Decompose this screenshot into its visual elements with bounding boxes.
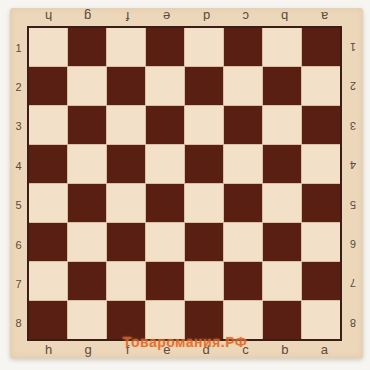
- square-g7[interactable]: [68, 262, 106, 300]
- square-h8[interactable]: [29, 301, 67, 339]
- square-e4[interactable]: [146, 145, 184, 183]
- rank-labels-left: 12345678: [10, 28, 27, 343]
- vinyl-chessboard-mat: hgfedcba 12345678 12345678 hgfedcba: [10, 8, 363, 358]
- product-photo-background: hgfedcba 12345678 12345678 hgfedcba Това…: [0, 0, 370, 370]
- square-b3[interactable]: [263, 106, 301, 144]
- square-b5[interactable]: [263, 184, 301, 222]
- square-g3[interactable]: [68, 106, 106, 144]
- file-label: h: [29, 8, 68, 26]
- rank-label: 6: [343, 225, 363, 264]
- square-c4[interactable]: [224, 145, 262, 183]
- square-f2[interactable]: [107, 67, 145, 105]
- square-a1[interactable]: [302, 28, 340, 66]
- square-e5[interactable]: [146, 184, 184, 222]
- square-c3[interactable]: [224, 106, 262, 144]
- square-d4[interactable]: [185, 145, 223, 183]
- square-h5[interactable]: [29, 184, 67, 222]
- rank-label: 2: [343, 67, 363, 106]
- square-g4[interactable]: [68, 145, 106, 183]
- rank-label: 3: [343, 107, 363, 146]
- square-a7[interactable]: [302, 262, 340, 300]
- file-label: b: [265, 341, 304, 358]
- square-b7[interactable]: [263, 262, 301, 300]
- square-e2[interactable]: [146, 67, 184, 105]
- file-label: d: [187, 8, 226, 26]
- square-g8[interactable]: [68, 301, 106, 339]
- square-e3[interactable]: [146, 106, 184, 144]
- square-h4[interactable]: [29, 145, 67, 183]
- chess-board: [27, 26, 342, 341]
- square-g6[interactable]: [68, 223, 106, 261]
- square-a3[interactable]: [302, 106, 340, 144]
- square-c5[interactable]: [224, 184, 262, 222]
- square-h1[interactable]: [29, 28, 67, 66]
- file-label: c: [226, 8, 265, 26]
- square-a8[interactable]: [302, 301, 340, 339]
- square-f1[interactable]: [107, 28, 145, 66]
- square-g1[interactable]: [68, 28, 106, 66]
- square-d6[interactable]: [185, 223, 223, 261]
- file-label: g: [68, 8, 107, 26]
- square-f6[interactable]: [107, 223, 145, 261]
- rank-label: 7: [343, 264, 363, 303]
- square-h7[interactable]: [29, 262, 67, 300]
- square-f3[interactable]: [107, 106, 145, 144]
- square-f7[interactable]: [107, 262, 145, 300]
- file-label: h: [29, 341, 68, 358]
- file-labels-top: hgfedcba: [29, 8, 344, 26]
- square-c6[interactable]: [224, 223, 262, 261]
- square-d7[interactable]: [185, 262, 223, 300]
- rank-label: 5: [343, 186, 363, 225]
- rank-label: 7: [10, 264, 27, 303]
- square-d1[interactable]: [185, 28, 223, 66]
- square-c1[interactable]: [224, 28, 262, 66]
- file-label: f: [108, 8, 147, 26]
- file-label: b: [265, 8, 304, 26]
- square-f4[interactable]: [107, 145, 145, 183]
- rank-label: 3: [10, 107, 27, 146]
- square-h3[interactable]: [29, 106, 67, 144]
- square-c7[interactable]: [224, 262, 262, 300]
- square-f5[interactable]: [107, 184, 145, 222]
- square-c2[interactable]: [224, 67, 262, 105]
- square-e7[interactable]: [146, 262, 184, 300]
- file-label: e: [147, 8, 186, 26]
- square-b2[interactable]: [263, 67, 301, 105]
- rank-label: 1: [10, 28, 27, 67]
- watermark: Товаромания.РФ: [123, 334, 248, 350]
- square-a2[interactable]: [302, 67, 340, 105]
- square-h2[interactable]: [29, 67, 67, 105]
- rank-label: 4: [343, 146, 363, 185]
- rank-labels-right: 12345678: [343, 28, 363, 343]
- square-e6[interactable]: [146, 223, 184, 261]
- rank-label: 8: [10, 304, 27, 343]
- square-b4[interactable]: [263, 145, 301, 183]
- rank-label: 4: [10, 146, 27, 185]
- file-label: g: [68, 341, 107, 358]
- file-label: a: [305, 341, 344, 358]
- square-e1[interactable]: [146, 28, 184, 66]
- square-g5[interactable]: [68, 184, 106, 222]
- square-a6[interactable]: [302, 223, 340, 261]
- square-d2[interactable]: [185, 67, 223, 105]
- rank-label: 8: [343, 304, 363, 343]
- rank-label: 2: [10, 67, 27, 106]
- square-d3[interactable]: [185, 106, 223, 144]
- rank-label: 1: [343, 28, 363, 67]
- rank-label: 6: [10, 225, 27, 264]
- square-d5[interactable]: [185, 184, 223, 222]
- square-b8[interactable]: [263, 301, 301, 339]
- square-h6[interactable]: [29, 223, 67, 261]
- rank-label: 5: [10, 186, 27, 225]
- file-label: a: [305, 8, 344, 26]
- square-b1[interactable]: [263, 28, 301, 66]
- square-g2[interactable]: [68, 67, 106, 105]
- square-b6[interactable]: [263, 223, 301, 261]
- square-a5[interactable]: [302, 184, 340, 222]
- square-a4[interactable]: [302, 145, 340, 183]
